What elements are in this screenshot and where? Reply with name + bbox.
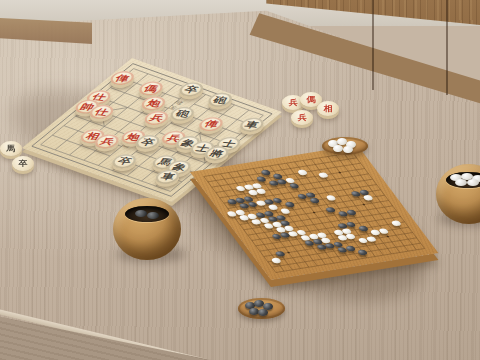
xiangqi-piece-char: 傌	[142, 84, 159, 93]
dish-stone-white[interactable]	[333, 145, 343, 152]
xiangqi-piece-char: 車	[159, 172, 176, 181]
dish-stone-black[interactable]	[258, 309, 268, 316]
captured-black-stones-dish[interactable]	[238, 298, 285, 319]
xiangqi-piece-char: 卒	[183, 85, 200, 94]
go-bowl-black-stones[interactable]	[113, 198, 181, 260]
bowl-stone-black	[135, 210, 147, 217]
piece-char: 卒	[19, 158, 28, 169]
captured-piece-black[interactable]: 卒	[12, 156, 34, 171]
xiangqi-piece-char: 砲	[174, 109, 191, 118]
piece-char: 相	[324, 103, 333, 114]
captured-piece-black[interactable]: 馬	[0, 141, 22, 156]
captured-piece-red[interactable]: 相	[317, 101, 339, 116]
piece-char: 兵	[289, 97, 298, 108]
xiangqi-piece-char: 將	[208, 149, 225, 158]
tabletop-scene: 楚河 漢界 俥傌卒仕砲炮帥仕砲兵俥車相炮兵兵卒象士士將卒馬象車 馬卒 兵傌相兵	[0, 0, 480, 360]
xiangqi-piece-char: 炮	[145, 99, 162, 108]
xiangqi-piece-char: 卒	[116, 157, 133, 166]
xiangqi-piece-char: 俥	[113, 74, 130, 83]
xiangqi-piece-char: 兵	[148, 113, 165, 122]
captured-piece-red[interactable]: 兵	[291, 110, 313, 125]
xiangqi-piece-char: 卒	[139, 138, 156, 147]
bowl-stone-black	[147, 212, 159, 219]
bowl-stone-white	[455, 179, 467, 186]
dish-stone-white[interactable]	[343, 146, 353, 153]
xiangqi-piece-char: 車	[243, 120, 260, 129]
xiangqi-piece-char: 砲	[211, 95, 228, 104]
captured-white-stones-dish[interactable]	[322, 137, 368, 155]
cabinet-seam	[372, 0, 374, 90]
xiangqi-piece-char: 仕	[93, 107, 110, 116]
xiangqi-piece-char: 兵	[99, 137, 116, 146]
piece-char: 傌	[307, 94, 316, 105]
xiangqi-piece-char: 俥	[203, 119, 220, 128]
piece-char: 馬	[7, 143, 16, 154]
cabinet-seam	[446, 0, 448, 95]
piece-char: 兵	[298, 112, 307, 123]
bowl-stone-white	[467, 179, 479, 186]
